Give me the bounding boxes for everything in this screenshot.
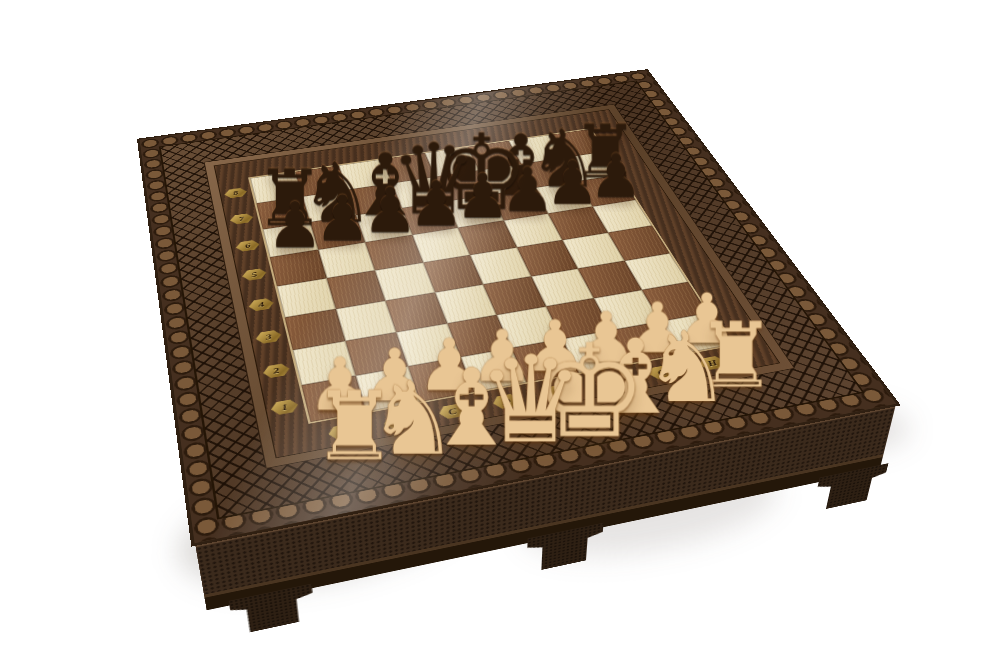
photo-stage: ABCDEFGH12345678 ♜♞♝♛♚♝♞♜♟♟♟♟♟♟♟♟♟♟♟♟♟♟♟… xyxy=(0,0,1000,667)
piece-black-pawn-a7[interactable]: ♟ xyxy=(236,194,354,257)
front-left-foot xyxy=(228,584,315,636)
front-right-foot xyxy=(812,463,888,512)
chess-box: ABCDEFGH12345678 ♜♞♝♛♚♝♞♜♟♟♟♟♟♟♟♟♟♟♟♟♟♟♟… xyxy=(140,71,896,544)
scene: ABCDEFGH12345678 ♜♞♝♛♚♝♞♜♟♟♟♟♟♟♟♟♟♟♟♟♟♟♟… xyxy=(0,0,1000,667)
piece-white-rook-a1[interactable]: ♜ xyxy=(283,379,426,474)
front-center-foot xyxy=(526,523,603,574)
